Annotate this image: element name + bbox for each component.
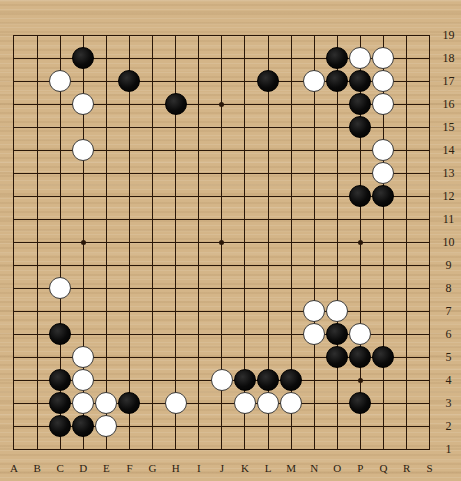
intersection-J4[interactable]	[210, 369, 233, 392]
intersection-J5[interactable]	[210, 346, 233, 369]
intersection-C8[interactable]	[49, 277, 72, 300]
intersection-G8[interactable]	[141, 277, 164, 300]
intersection-R15[interactable]	[395, 116, 418, 139]
intersection-B19[interactable]	[26, 24, 49, 47]
intersection-M16[interactable]	[280, 93, 303, 116]
intersection-P4[interactable]	[349, 369, 372, 392]
intersection-C10[interactable]	[49, 231, 72, 254]
intersection-Q3[interactable]	[372, 392, 395, 415]
intersection-F18[interactable]	[118, 47, 141, 70]
intersection-I6[interactable]	[187, 323, 210, 346]
intersection-J19[interactable]	[210, 24, 233, 47]
intersection-C5[interactable]	[49, 346, 72, 369]
intersection-G12[interactable]	[141, 185, 164, 208]
intersection-G11[interactable]	[141, 208, 164, 231]
intersection-Q4[interactable]	[372, 369, 395, 392]
intersection-P13[interactable]	[349, 162, 372, 185]
intersection-J6[interactable]	[210, 323, 233, 346]
intersection-B7[interactable]	[26, 300, 49, 323]
intersection-N8[interactable]	[303, 277, 326, 300]
intersection-N1[interactable]	[303, 438, 326, 461]
intersection-A9[interactable]	[2, 254, 25, 277]
intersection-M6[interactable]	[280, 323, 303, 346]
intersection-F11[interactable]	[118, 208, 141, 231]
intersection-B9[interactable]	[26, 254, 49, 277]
intersection-O8[interactable]	[326, 277, 349, 300]
intersection-H12[interactable]	[164, 185, 187, 208]
intersection-B13[interactable]	[26, 162, 49, 185]
intersection-N14[interactable]	[303, 139, 326, 162]
intersection-M8[interactable]	[280, 277, 303, 300]
intersection-K17[interactable]	[233, 70, 256, 93]
intersection-I5[interactable]	[187, 346, 210, 369]
intersection-L7[interactable]	[256, 300, 279, 323]
intersection-R16[interactable]	[395, 93, 418, 116]
intersection-K5[interactable]	[233, 346, 256, 369]
intersection-C11[interactable]	[49, 208, 72, 231]
intersection-A3[interactable]	[2, 392, 25, 415]
intersection-L18[interactable]	[256, 47, 279, 70]
intersection-P19[interactable]	[349, 24, 372, 47]
intersection-H16[interactable]	[164, 93, 187, 116]
intersection-L11[interactable]	[256, 208, 279, 231]
intersection-A5[interactable]	[2, 346, 25, 369]
intersection-L13[interactable]	[256, 162, 279, 185]
intersection-H14[interactable]	[164, 139, 187, 162]
intersection-H6[interactable]	[164, 323, 187, 346]
intersection-E5[interactable]	[95, 346, 118, 369]
intersection-K3[interactable]	[233, 392, 256, 415]
intersection-D12[interactable]	[72, 185, 95, 208]
intersection-M14[interactable]	[280, 139, 303, 162]
intersection-L1[interactable]	[256, 438, 279, 461]
intersection-D1[interactable]	[72, 438, 95, 461]
intersection-Q15[interactable]	[372, 116, 395, 139]
intersection-E8[interactable]	[95, 277, 118, 300]
intersection-Q6[interactable]	[372, 323, 395, 346]
intersection-M4[interactable]	[280, 369, 303, 392]
intersection-A8[interactable]	[2, 277, 25, 300]
intersection-K13[interactable]	[233, 162, 256, 185]
intersection-I11[interactable]	[187, 208, 210, 231]
intersection-D6[interactable]	[72, 323, 95, 346]
intersection-H15[interactable]	[164, 116, 187, 139]
intersection-K11[interactable]	[233, 208, 256, 231]
intersection-K12[interactable]	[233, 185, 256, 208]
intersection-H18[interactable]	[164, 47, 187, 70]
intersection-I13[interactable]	[187, 162, 210, 185]
intersection-K6[interactable]	[233, 323, 256, 346]
intersection-P1[interactable]	[349, 438, 372, 461]
intersection-R12[interactable]	[395, 185, 418, 208]
intersection-C12[interactable]	[49, 185, 72, 208]
intersection-O11[interactable]	[326, 208, 349, 231]
intersection-F4[interactable]	[118, 369, 141, 392]
intersection-M10[interactable]	[280, 231, 303, 254]
intersection-R17[interactable]	[395, 70, 418, 93]
intersection-H8[interactable]	[164, 277, 187, 300]
intersection-B1[interactable]	[26, 438, 49, 461]
intersection-E2[interactable]	[95, 415, 118, 438]
intersection-L17[interactable]	[256, 70, 279, 93]
intersection-I17[interactable]	[187, 70, 210, 93]
intersection-F9[interactable]	[118, 254, 141, 277]
intersection-D2[interactable]	[72, 415, 95, 438]
intersection-K16[interactable]	[233, 93, 256, 116]
intersection-B5[interactable]	[26, 346, 49, 369]
intersection-N5[interactable]	[303, 346, 326, 369]
intersection-J2[interactable]	[210, 415, 233, 438]
intersection-E18[interactable]	[95, 47, 118, 70]
intersection-O3[interactable]	[326, 392, 349, 415]
intersection-P18[interactable]	[349, 47, 372, 70]
intersection-P11[interactable]	[349, 208, 372, 231]
intersection-R11[interactable]	[395, 208, 418, 231]
intersection-M3[interactable]	[280, 392, 303, 415]
intersection-B8[interactable]	[26, 277, 49, 300]
intersection-J12[interactable]	[210, 185, 233, 208]
intersection-K18[interactable]	[233, 47, 256, 70]
intersection-H13[interactable]	[164, 162, 187, 185]
intersection-J3[interactable]	[210, 392, 233, 415]
intersection-K19[interactable]	[233, 24, 256, 47]
intersection-R5[interactable]	[395, 346, 418, 369]
intersection-F13[interactable]	[118, 162, 141, 185]
intersection-J9[interactable]	[210, 254, 233, 277]
intersection-P2[interactable]	[349, 415, 372, 438]
intersection-K1[interactable]	[233, 438, 256, 461]
intersection-Q7[interactable]	[372, 300, 395, 323]
intersection-Q1[interactable]	[372, 438, 395, 461]
intersection-D4[interactable]	[72, 369, 95, 392]
intersection-L14[interactable]	[256, 139, 279, 162]
intersection-D3[interactable]	[72, 392, 95, 415]
intersection-D19[interactable]	[72, 24, 95, 47]
intersection-N18[interactable]	[303, 47, 326, 70]
intersection-P6[interactable]	[349, 323, 372, 346]
intersection-O17[interactable]	[326, 70, 349, 93]
intersection-M17[interactable]	[280, 70, 303, 93]
intersection-A18[interactable]	[2, 47, 25, 70]
intersection-C7[interactable]	[49, 300, 72, 323]
intersection-P5[interactable]	[349, 346, 372, 369]
intersection-G9[interactable]	[141, 254, 164, 277]
intersection-N12[interactable]	[303, 185, 326, 208]
intersection-L9[interactable]	[256, 254, 279, 277]
intersection-E3[interactable]	[95, 392, 118, 415]
intersection-D13[interactable]	[72, 162, 95, 185]
intersection-H19[interactable]	[164, 24, 187, 47]
intersection-I7[interactable]	[187, 300, 210, 323]
intersection-F12[interactable]	[118, 185, 141, 208]
intersection-F14[interactable]	[118, 139, 141, 162]
intersection-Q5[interactable]	[372, 346, 395, 369]
intersection-O10[interactable]	[326, 231, 349, 254]
intersection-E10[interactable]	[95, 231, 118, 254]
intersection-I16[interactable]	[187, 93, 210, 116]
intersection-J15[interactable]	[210, 116, 233, 139]
intersection-M2[interactable]	[280, 415, 303, 438]
intersection-Q13[interactable]	[372, 162, 395, 185]
intersection-K4[interactable]	[233, 369, 256, 392]
intersection-F15[interactable]	[118, 116, 141, 139]
intersection-J13[interactable]	[210, 162, 233, 185]
intersection-L8[interactable]	[256, 277, 279, 300]
intersection-R14[interactable]	[395, 139, 418, 162]
intersection-H3[interactable]	[164, 392, 187, 415]
intersection-L6[interactable]	[256, 323, 279, 346]
intersection-R6[interactable]	[395, 323, 418, 346]
intersection-Q8[interactable]	[372, 277, 395, 300]
intersection-A17[interactable]	[2, 70, 25, 93]
intersection-O18[interactable]	[326, 47, 349, 70]
intersection-J10[interactable]	[210, 231, 233, 254]
intersection-M15[interactable]	[280, 116, 303, 139]
intersection-P15[interactable]	[349, 116, 372, 139]
intersection-C13[interactable]	[49, 162, 72, 185]
intersection-P16[interactable]	[349, 93, 372, 116]
intersection-R7[interactable]	[395, 300, 418, 323]
intersection-O4[interactable]	[326, 369, 349, 392]
intersection-E6[interactable]	[95, 323, 118, 346]
intersection-J16[interactable]	[210, 93, 233, 116]
intersection-E19[interactable]	[95, 24, 118, 47]
intersection-H4[interactable]	[164, 369, 187, 392]
intersection-J18[interactable]	[210, 47, 233, 70]
intersection-Q17[interactable]	[372, 70, 395, 93]
intersection-K7[interactable]	[233, 300, 256, 323]
intersection-D17[interactable]	[72, 70, 95, 93]
intersection-D9[interactable]	[72, 254, 95, 277]
intersection-F8[interactable]	[118, 277, 141, 300]
intersection-K8[interactable]	[233, 277, 256, 300]
intersection-J17[interactable]	[210, 70, 233, 93]
intersection-A1[interactable]	[2, 438, 25, 461]
intersection-M11[interactable]	[280, 208, 303, 231]
intersection-O14[interactable]	[326, 139, 349, 162]
intersection-O7[interactable]	[326, 300, 349, 323]
intersection-H9[interactable]	[164, 254, 187, 277]
intersection-F6[interactable]	[118, 323, 141, 346]
intersection-I9[interactable]	[187, 254, 210, 277]
intersection-K10[interactable]	[233, 231, 256, 254]
intersection-B12[interactable]	[26, 185, 49, 208]
intersection-L3[interactable]	[256, 392, 279, 415]
intersection-C9[interactable]	[49, 254, 72, 277]
intersection-E16[interactable]	[95, 93, 118, 116]
intersection-G3[interactable]	[141, 392, 164, 415]
intersection-P17[interactable]	[349, 70, 372, 93]
intersection-G19[interactable]	[141, 24, 164, 47]
intersection-N3[interactable]	[303, 392, 326, 415]
intersection-C3[interactable]	[49, 392, 72, 415]
intersection-C19[interactable]	[49, 24, 72, 47]
intersection-N2[interactable]	[303, 415, 326, 438]
intersection-K14[interactable]	[233, 139, 256, 162]
intersection-A11[interactable]	[2, 208, 25, 231]
intersection-O16[interactable]	[326, 93, 349, 116]
intersection-I19[interactable]	[187, 24, 210, 47]
intersection-M7[interactable]	[280, 300, 303, 323]
intersection-D11[interactable]	[72, 208, 95, 231]
intersection-D14[interactable]	[72, 139, 95, 162]
intersection-R3[interactable]	[395, 392, 418, 415]
intersection-M5[interactable]	[280, 346, 303, 369]
intersection-B2[interactable]	[26, 415, 49, 438]
intersection-M13[interactable]	[280, 162, 303, 185]
intersection-K15[interactable]	[233, 116, 256, 139]
intersection-P12[interactable]	[349, 185, 372, 208]
intersection-I4[interactable]	[187, 369, 210, 392]
intersection-J11[interactable]	[210, 208, 233, 231]
intersection-G14[interactable]	[141, 139, 164, 162]
intersection-G4[interactable]	[141, 369, 164, 392]
intersection-H10[interactable]	[164, 231, 187, 254]
intersection-F5[interactable]	[118, 346, 141, 369]
intersection-L4[interactable]	[256, 369, 279, 392]
intersection-L12[interactable]	[256, 185, 279, 208]
intersection-B6[interactable]	[26, 323, 49, 346]
intersection-N10[interactable]	[303, 231, 326, 254]
intersection-I15[interactable]	[187, 116, 210, 139]
intersection-E4[interactable]	[95, 369, 118, 392]
intersection-E14[interactable]	[95, 139, 118, 162]
intersection-J7[interactable]	[210, 300, 233, 323]
intersection-G5[interactable]	[141, 346, 164, 369]
intersection-Q9[interactable]	[372, 254, 395, 277]
intersection-F3[interactable]	[118, 392, 141, 415]
intersection-D8[interactable]	[72, 277, 95, 300]
intersection-N15[interactable]	[303, 116, 326, 139]
intersection-G13[interactable]	[141, 162, 164, 185]
intersection-F17[interactable]	[118, 70, 141, 93]
intersection-R13[interactable]	[395, 162, 418, 185]
intersection-O13[interactable]	[326, 162, 349, 185]
intersection-O6[interactable]	[326, 323, 349, 346]
intersection-D18[interactable]	[72, 47, 95, 70]
intersection-G7[interactable]	[141, 300, 164, 323]
intersection-H2[interactable]	[164, 415, 187, 438]
intersection-A13[interactable]	[2, 162, 25, 185]
intersection-A2[interactable]	[2, 415, 25, 438]
intersection-D15[interactable]	[72, 116, 95, 139]
intersection-L16[interactable]	[256, 93, 279, 116]
intersection-L5[interactable]	[256, 346, 279, 369]
intersection-J1[interactable]	[210, 438, 233, 461]
intersection-E15[interactable]	[95, 116, 118, 139]
intersection-H5[interactable]	[164, 346, 187, 369]
intersection-C16[interactable]	[49, 93, 72, 116]
intersection-L10[interactable]	[256, 231, 279, 254]
intersection-B15[interactable]	[26, 116, 49, 139]
intersection-C4[interactable]	[49, 369, 72, 392]
intersection-N7[interactable]	[303, 300, 326, 323]
intersection-A15[interactable]	[2, 116, 25, 139]
intersection-G2[interactable]	[141, 415, 164, 438]
intersection-Q16[interactable]	[372, 93, 395, 116]
intersection-G15[interactable]	[141, 116, 164, 139]
intersection-H11[interactable]	[164, 208, 187, 231]
intersection-F19[interactable]	[118, 24, 141, 47]
intersection-B11[interactable]	[26, 208, 49, 231]
intersection-H17[interactable]	[164, 70, 187, 93]
intersection-F7[interactable]	[118, 300, 141, 323]
intersection-R18[interactable]	[395, 47, 418, 70]
intersection-C14[interactable]	[49, 139, 72, 162]
intersection-N6[interactable]	[303, 323, 326, 346]
intersection-P10[interactable]	[349, 231, 372, 254]
intersection-E1[interactable]	[95, 438, 118, 461]
intersection-E17[interactable]	[95, 70, 118, 93]
intersection-C2[interactable]	[49, 415, 72, 438]
intersection-D7[interactable]	[72, 300, 95, 323]
intersection-F16[interactable]	[118, 93, 141, 116]
intersection-R1[interactable]	[395, 438, 418, 461]
intersection-J8[interactable]	[210, 277, 233, 300]
intersection-B17[interactable]	[26, 70, 49, 93]
intersection-A19[interactable]	[2, 24, 25, 47]
intersection-B16[interactable]	[26, 93, 49, 116]
intersection-G18[interactable]	[141, 47, 164, 70]
intersection-G1[interactable]	[141, 438, 164, 461]
intersection-P14[interactable]	[349, 139, 372, 162]
intersection-Q10[interactable]	[372, 231, 395, 254]
intersection-K2[interactable]	[233, 415, 256, 438]
intersection-R10[interactable]	[395, 231, 418, 254]
intersection-F10[interactable]	[118, 231, 141, 254]
intersection-L15[interactable]	[256, 116, 279, 139]
intersection-R9[interactable]	[395, 254, 418, 277]
intersection-I2[interactable]	[187, 415, 210, 438]
intersection-P8[interactable]	[349, 277, 372, 300]
intersection-P7[interactable]	[349, 300, 372, 323]
intersection-G16[interactable]	[141, 93, 164, 116]
intersection-N13[interactable]	[303, 162, 326, 185]
intersection-Q12[interactable]	[372, 185, 395, 208]
intersection-A14[interactable]	[2, 139, 25, 162]
intersection-I18[interactable]	[187, 47, 210, 70]
intersection-F2[interactable]	[118, 415, 141, 438]
intersection-N16[interactable]	[303, 93, 326, 116]
intersection-Q14[interactable]	[372, 139, 395, 162]
intersection-A12[interactable]	[2, 185, 25, 208]
intersection-I10[interactable]	[187, 231, 210, 254]
intersection-J14[interactable]	[210, 139, 233, 162]
intersection-I3[interactable]	[187, 392, 210, 415]
intersection-N19[interactable]	[303, 24, 326, 47]
intersection-C1[interactable]	[49, 438, 72, 461]
intersection-O12[interactable]	[326, 185, 349, 208]
intersection-Q2[interactable]	[372, 415, 395, 438]
intersection-R8[interactable]	[395, 277, 418, 300]
intersection-N17[interactable]	[303, 70, 326, 93]
intersection-G17[interactable]	[141, 70, 164, 93]
intersection-M12[interactable]	[280, 185, 303, 208]
intersection-R4[interactable]	[395, 369, 418, 392]
intersection-O9[interactable]	[326, 254, 349, 277]
intersection-B3[interactable]	[26, 392, 49, 415]
intersection-M18[interactable]	[280, 47, 303, 70]
intersection-I12[interactable]	[187, 185, 210, 208]
intersection-I14[interactable]	[187, 139, 210, 162]
intersection-M1[interactable]	[280, 438, 303, 461]
intersection-M9[interactable]	[280, 254, 303, 277]
intersection-D16[interactable]	[72, 93, 95, 116]
intersection-A16[interactable]	[2, 93, 25, 116]
intersection-O19[interactable]	[326, 24, 349, 47]
intersection-E12[interactable]	[95, 185, 118, 208]
intersection-N4[interactable]	[303, 369, 326, 392]
